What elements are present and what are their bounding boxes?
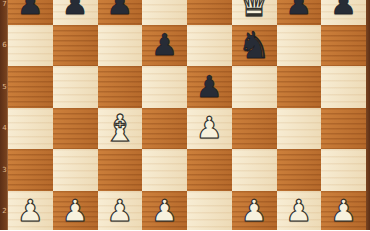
square-d2[interactable]: ♟ (142, 191, 187, 231)
square-g4[interactable] (277, 108, 322, 150)
square-g5[interactable] (277, 66, 322, 108)
square-c5[interactable] (98, 66, 143, 108)
white-bishop-c4[interactable]: ♝ (103, 110, 136, 147)
square-h7[interactable]: ♟ (321, 0, 366, 25)
square-g7[interactable]: ♟ (277, 0, 322, 25)
white-pawn-h2[interactable]: ♟ (330, 196, 357, 226)
square-a5[interactable] (8, 66, 53, 108)
square-c7[interactable]: ♟ (98, 0, 143, 25)
square-e5[interactable]: ♟ (187, 66, 232, 108)
black-pawn-g7[interactable]: ♟ (285, 0, 312, 19)
square-b7[interactable]: ♟ (53, 0, 98, 25)
square-e7[interactable] (187, 0, 232, 25)
square-d5[interactable] (142, 66, 187, 108)
square-g6[interactable] (277, 25, 322, 67)
square-g2[interactable]: ♟ (277, 191, 322, 231)
square-e2[interactable] (187, 191, 232, 231)
rank-label-7: 7 (1, 0, 8, 8)
square-f5[interactable] (232, 66, 277, 108)
white-pawn-d2[interactable]: ♟ (151, 196, 178, 226)
black-pawn-d6[interactable]: ♟ (151, 30, 178, 60)
square-g3[interactable] (277, 149, 322, 191)
square-b2[interactable]: ♟ (53, 191, 98, 231)
board-right-border (366, 0, 370, 230)
square-e4[interactable]: ♟ (187, 108, 232, 150)
square-h2[interactable]: ♟ (321, 191, 366, 231)
white-pawn-a2[interactable]: ♟ (17, 196, 44, 226)
square-f2[interactable]: ♟ (232, 191, 277, 231)
square-d6[interactable]: ♟ (142, 25, 187, 67)
square-b3[interactable] (53, 149, 98, 191)
white-pawn-g2[interactable]: ♟ (285, 196, 312, 226)
white-queen-f7[interactable]: ♛ (238, 0, 271, 22)
square-a6[interactable] (8, 25, 53, 67)
white-pawn-f2[interactable]: ♟ (241, 196, 268, 226)
square-c2[interactable]: ♟ (98, 191, 143, 231)
rank-label-4: 4 (1, 124, 8, 132)
white-pawn-c2[interactable]: ♟ (106, 196, 133, 226)
square-c6[interactable] (98, 25, 143, 67)
square-c4[interactable]: ♝ (98, 108, 143, 150)
square-a7[interactable]: ♟ (8, 0, 53, 25)
board-left-border: 765432 (0, 0, 8, 230)
rank-label-3: 3 (1, 166, 8, 174)
square-a3[interactable] (8, 149, 53, 191)
square-f3[interactable] (232, 149, 277, 191)
square-b4[interactable] (53, 108, 98, 150)
square-f4[interactable] (232, 108, 277, 150)
white-pawn-b2[interactable]: ♟ (62, 196, 89, 226)
black-pawn-c7[interactable]: ♟ (106, 0, 133, 19)
square-e6[interactable] (187, 25, 232, 67)
rank-label-6: 6 (1, 41, 8, 49)
square-a2[interactable]: ♟ (8, 191, 53, 231)
square-b5[interactable] (53, 66, 98, 108)
black-pawn-h7[interactable]: ♟ (330, 0, 357, 19)
square-d7[interactable] (142, 0, 187, 25)
black-pawn-a7[interactable]: ♟ (17, 0, 44, 19)
square-a4[interactable] (8, 108, 53, 150)
white-pawn-e4[interactable]: ♟ (196, 113, 223, 143)
chess-board: ♟♟♟♛♟♟♟♞♟♝♟♟♟♟♟♟♟♟ (8, 0, 366, 230)
square-f7[interactable]: ♛ (232, 0, 277, 25)
square-e3[interactable] (187, 149, 232, 191)
square-c3[interactable] (98, 149, 143, 191)
square-d3[interactable] (142, 149, 187, 191)
square-h6[interactable] (321, 25, 366, 67)
square-f6[interactable]: ♞ (232, 25, 277, 67)
square-h3[interactable] (321, 149, 366, 191)
rank-label-5: 5 (1, 83, 8, 91)
square-h5[interactable] (321, 66, 366, 108)
black-pawn-e5[interactable]: ♟ (196, 72, 223, 102)
chessboard-frame: ♟♟♟♛♟♟♟♞♟♝♟♟♟♟♟♟♟♟ 765432 (0, 0, 370, 230)
square-b6[interactable] (53, 25, 98, 67)
rank-label-2: 2 (1, 207, 8, 215)
black-knight-f6[interactable]: ♞ (238, 27, 271, 64)
square-h4[interactable] (321, 108, 366, 150)
black-pawn-b7[interactable]: ♟ (62, 0, 89, 19)
square-d4[interactable] (142, 108, 187, 150)
